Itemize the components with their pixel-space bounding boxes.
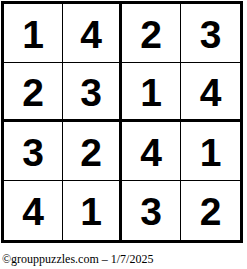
sudoku-board: 1423231432414132 bbox=[1, 1, 243, 243]
sudoku-cell-r1c1[interactable]: 1 bbox=[4, 4, 63, 63]
sudoku-cell-r4c4[interactable]: 2 bbox=[181, 181, 240, 240]
sudoku-cell-r1c3[interactable]: 2 bbox=[122, 4, 181, 63]
sudoku-cell-r4c1[interactable]: 4 bbox=[4, 181, 63, 240]
sudoku-cell-r3c4[interactable]: 1 bbox=[181, 122, 240, 181]
sudoku-cell-r4c2[interactable]: 1 bbox=[63, 181, 122, 240]
sudoku-cell-r4c3[interactable]: 3 bbox=[122, 181, 181, 240]
sudoku-cell-r3c2[interactable]: 2 bbox=[63, 122, 122, 181]
sudoku-cell-r2c3[interactable]: 1 bbox=[122, 63, 181, 122]
copyright-credit: ©grouppuzzles.com – 1/7/2025 bbox=[2, 252, 153, 267]
sudoku-cell-r3c3[interactable]: 4 bbox=[122, 122, 181, 181]
sudoku-cell-r3c1[interactable]: 3 bbox=[4, 122, 63, 181]
sudoku-cell-r2c2[interactable]: 3 bbox=[63, 63, 122, 122]
sudoku-cell-r2c4[interactable]: 4 bbox=[181, 63, 240, 122]
sudoku-cell-r1c2[interactable]: 4 bbox=[63, 4, 122, 63]
sudoku-cell-r2c1[interactable]: 2 bbox=[4, 63, 63, 122]
sudoku-cell-r1c4[interactable]: 3 bbox=[181, 4, 240, 63]
